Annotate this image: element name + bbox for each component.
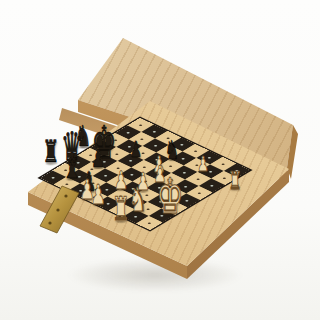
piece-white-rook[interactable]: ♜ — [228, 168, 242, 192]
pieces-layer: ♞♟♞♚♛♜♟♟♟♝♟♜♟♟♟♟♟♞♚♜ — [0, 0, 320, 320]
piece-white-knight[interactable]: ♞ — [129, 183, 147, 216]
piece-black-pawn[interactable]: ♟ — [129, 138, 141, 160]
piece-black-knight[interactable]: ♞ — [165, 137, 180, 163]
piece-black-rook[interactable]: ♜ — [42, 138, 59, 168]
product-photo: ♞♟♞♚♛♜♟♟♟♝♟♜♟♟♟♟♟♞♚♜ — [0, 0, 320, 320]
piece-white-pawn[interactable]: ♟ — [197, 154, 208, 175]
piece-white-rook[interactable]: ♜ — [112, 193, 130, 225]
piece-white-pawn[interactable]: ♟ — [90, 181, 105, 208]
piece-white-pawn[interactable]: ♟ — [114, 167, 128, 192]
piece-white-king[interactable]: ♚ — [156, 172, 183, 221]
